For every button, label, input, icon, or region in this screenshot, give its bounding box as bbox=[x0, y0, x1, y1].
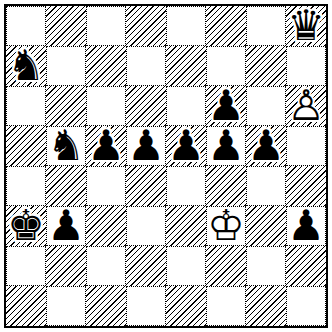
square-h2[interactable] bbox=[286, 246, 326, 286]
square-c7[interactable] bbox=[86, 46, 126, 86]
square-b7[interactable] bbox=[46, 46, 86, 86]
black-pawn: ♟ bbox=[286, 206, 326, 246]
black-pawn: ♟ bbox=[86, 126, 126, 166]
square-g4[interactable] bbox=[246, 166, 286, 206]
square-e6[interactable] bbox=[166, 86, 206, 126]
white-pawn-fill: ♟ bbox=[286, 86, 326, 126]
square-h7[interactable] bbox=[286, 46, 326, 86]
square-e7[interactable] bbox=[166, 46, 206, 86]
square-b5[interactable]: ♞ bbox=[46, 126, 86, 166]
square-d2[interactable] bbox=[126, 246, 166, 286]
square-e3[interactable] bbox=[166, 206, 206, 246]
square-a7[interactable]: ♞ bbox=[6, 46, 46, 86]
square-f1[interactable] bbox=[206, 286, 246, 326]
square-g7[interactable] bbox=[246, 46, 286, 86]
square-h1[interactable] bbox=[286, 286, 326, 326]
square-h4[interactable] bbox=[286, 166, 326, 206]
black-pawn: ♟ bbox=[206, 86, 246, 126]
square-a5[interactable] bbox=[6, 126, 46, 166]
square-g5[interactable]: ♟ bbox=[246, 126, 286, 166]
square-a1[interactable] bbox=[6, 286, 46, 326]
square-d3[interactable] bbox=[126, 206, 166, 246]
square-g1[interactable] bbox=[246, 286, 286, 326]
black-pawn: ♟ bbox=[166, 126, 206, 166]
square-c1[interactable] bbox=[86, 286, 126, 326]
square-c6[interactable] bbox=[86, 86, 126, 126]
square-f6[interactable]: ♟ bbox=[206, 86, 246, 126]
square-b1[interactable] bbox=[46, 286, 86, 326]
square-b3[interactable]: ♟ bbox=[46, 206, 86, 246]
square-d7[interactable] bbox=[126, 46, 166, 86]
black-knight: ♞ bbox=[6, 46, 46, 86]
square-b6[interactable] bbox=[46, 86, 86, 126]
square-d8[interactable] bbox=[126, 6, 166, 46]
square-e1[interactable] bbox=[166, 286, 206, 326]
chess-diagram: ♛♞♟♟♙♞♟♟♟♟♟♚♟♚♔♟ bbox=[0, 0, 332, 332]
black-pawn: ♟ bbox=[46, 206, 86, 246]
square-a2[interactable] bbox=[6, 246, 46, 286]
square-f8[interactable] bbox=[206, 6, 246, 46]
chess-board: ♛♞♟♟♙♞♟♟♟♟♟♚♟♚♔♟ bbox=[4, 4, 328, 328]
white-pawn: ♟♙ bbox=[286, 86, 326, 126]
black-pawn: ♟ bbox=[126, 126, 166, 166]
square-e4[interactable] bbox=[166, 166, 206, 206]
square-d1[interactable] bbox=[126, 286, 166, 326]
square-d5[interactable]: ♟ bbox=[126, 126, 166, 166]
square-g2[interactable] bbox=[246, 246, 286, 286]
white-pawn-outline: ♙ bbox=[286, 86, 326, 126]
square-c2[interactable] bbox=[86, 246, 126, 286]
square-g6[interactable] bbox=[246, 86, 286, 126]
square-c3[interactable] bbox=[86, 206, 126, 246]
square-f4[interactable] bbox=[206, 166, 246, 206]
square-a6[interactable] bbox=[6, 86, 46, 126]
square-b4[interactable] bbox=[46, 166, 86, 206]
square-c8[interactable] bbox=[86, 6, 126, 46]
square-e8[interactable] bbox=[166, 6, 206, 46]
black-knight: ♞ bbox=[46, 126, 86, 166]
square-b8[interactable] bbox=[46, 6, 86, 46]
square-g3[interactable] bbox=[246, 206, 286, 246]
white-king-outline: ♔ bbox=[206, 206, 246, 246]
square-h6[interactable]: ♟♙ bbox=[286, 86, 326, 126]
square-e5[interactable]: ♟ bbox=[166, 126, 206, 166]
square-h8[interactable]: ♛ bbox=[286, 6, 326, 46]
square-f3[interactable]: ♚♔ bbox=[206, 206, 246, 246]
black-pawn: ♟ bbox=[206, 126, 246, 166]
black-pawn: ♟ bbox=[246, 126, 286, 166]
white-king: ♚♔ bbox=[206, 206, 246, 246]
square-a8[interactable] bbox=[6, 6, 46, 46]
square-g8[interactable] bbox=[246, 6, 286, 46]
white-king-fill: ♚ bbox=[206, 206, 246, 246]
square-h5[interactable] bbox=[286, 126, 326, 166]
square-f5[interactable]: ♟ bbox=[206, 126, 246, 166]
black-queen: ♛ bbox=[286, 6, 326, 46]
square-e2[interactable] bbox=[166, 246, 206, 286]
square-h3[interactable]: ♟ bbox=[286, 206, 326, 246]
square-a4[interactable] bbox=[6, 166, 46, 206]
square-d4[interactable] bbox=[126, 166, 166, 206]
square-b2[interactable] bbox=[46, 246, 86, 286]
square-f7[interactable] bbox=[206, 46, 246, 86]
black-king: ♚ bbox=[6, 206, 46, 246]
square-c4[interactable] bbox=[86, 166, 126, 206]
square-a3[interactable]: ♚ bbox=[6, 206, 46, 246]
square-f2[interactable] bbox=[206, 246, 246, 286]
square-c5[interactable]: ♟ bbox=[86, 126, 126, 166]
square-d6[interactable] bbox=[126, 86, 166, 126]
